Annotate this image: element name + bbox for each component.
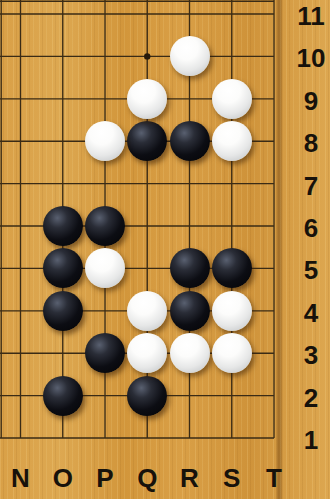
black-stone-O6[interactable] — [43, 206, 83, 246]
row-label-4: 4 — [294, 300, 328, 326]
col-label-N: N — [6, 465, 36, 491]
white-stone-R10[interactable] — [170, 36, 210, 76]
black-stone-R8[interactable] — [170, 121, 210, 161]
black-stone-R4[interactable] — [170, 291, 210, 331]
row-label-1: 1 — [294, 427, 328, 453]
black-stone-S5[interactable] — [212, 248, 252, 288]
black-stone-R5[interactable] — [170, 248, 210, 288]
col-label-P: P — [90, 465, 120, 491]
black-stone-O4[interactable] — [43, 291, 83, 331]
white-stone-R3[interactable] — [170, 333, 210, 373]
row-label-2: 2 — [294, 385, 328, 411]
black-stone-Q2[interactable] — [127, 376, 167, 416]
col-label-S: S — [217, 465, 247, 491]
col-label-T: T — [259, 465, 289, 491]
row-label-3: 3 — [294, 342, 328, 368]
board-grid-lines — [0, 0, 330, 499]
white-stone-S9[interactable] — [212, 79, 252, 119]
row-label-5: 5 — [294, 257, 328, 283]
white-stone-Q9[interactable] — [127, 79, 167, 119]
row-label-9: 9 — [294, 88, 328, 114]
white-stone-P8[interactable] — [85, 121, 125, 161]
row-label-10: 10 — [294, 45, 328, 71]
white-stone-S4[interactable] — [212, 291, 252, 331]
white-stone-S3[interactable] — [212, 333, 252, 373]
black-stone-O2[interactable] — [43, 376, 83, 416]
row-label-6: 6 — [294, 215, 328, 241]
white-stone-Q4[interactable] — [127, 291, 167, 331]
go-board[interactable]: NOPQRST 1110987654321 — [0, 0, 330, 499]
white-stone-S8[interactable] — [212, 121, 252, 161]
row-label-11: 11 — [294, 3, 328, 29]
black-stone-P3[interactable] — [85, 333, 125, 373]
col-label-R: R — [175, 465, 205, 491]
star-point-Q10 — [144, 53, 150, 59]
black-stone-P6[interactable] — [85, 206, 125, 246]
row-label-8: 8 — [294, 130, 328, 156]
col-label-O: O — [48, 465, 78, 491]
black-stone-O5[interactable] — [43, 248, 83, 288]
col-label-Q: Q — [132, 465, 162, 491]
row-label-7: 7 — [294, 173, 328, 199]
